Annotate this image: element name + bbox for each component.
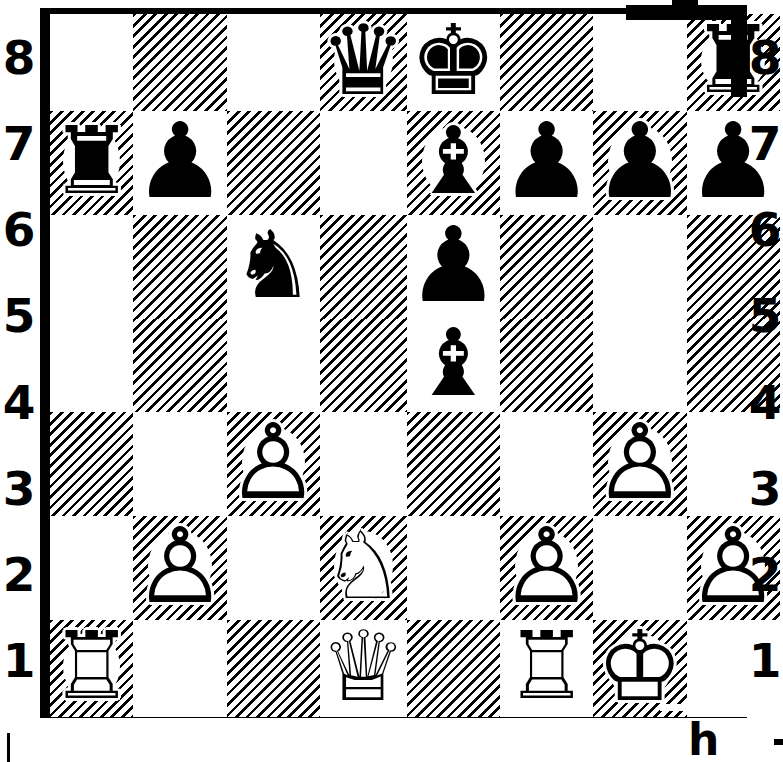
print-artifact-right-dash bbox=[774, 739, 783, 745]
piece-black-king: ♚ bbox=[407, 12, 500, 109]
piece-white-pawn: ♙ bbox=[133, 514, 226, 618]
piece-black-knight: ♞ bbox=[227, 213, 320, 317]
square-c6: ♞ bbox=[227, 215, 320, 319]
rank-label-8-right: 8 bbox=[746, 14, 783, 100]
chess-diagram: 87654321 ♛♚♜♜♟♝♟♟♟♞♟♝♙♙♙♘♙♙♖♕♖♔ 87654321… bbox=[0, 0, 783, 762]
rank-label-2-right: 2 bbox=[746, 532, 783, 618]
chess-board: ♛♚♜♜♟♝♟♟♟♞♟♝♙♙♙♘♙♙♖♕♖♔ bbox=[40, 8, 747, 718]
piece-black-pawn: ♟ bbox=[133, 109, 226, 213]
piece-black-queen: ♛ bbox=[320, 12, 407, 109]
square-c8 bbox=[227, 14, 320, 111]
piece-white-pawn: ♙ bbox=[593, 410, 686, 514]
piece-black-bishop: ♝ bbox=[407, 109, 500, 213]
square-c3: ♙ bbox=[227, 412, 320, 516]
square-f4 bbox=[500, 319, 593, 412]
square-f2: ♙ bbox=[500, 516, 593, 620]
square-f3 bbox=[500, 412, 593, 516]
square-b1 bbox=[133, 620, 226, 717]
square-f7: ♟ bbox=[500, 111, 593, 215]
square-e3 bbox=[407, 412, 500, 516]
piece-white-knight: ♘ bbox=[320, 514, 407, 618]
piece-white-rook: ♖ bbox=[500, 618, 593, 715]
rank-label-4-right: 4 bbox=[746, 359, 783, 445]
rank-label-5-right: 5 bbox=[746, 273, 783, 359]
square-e8: ♚ bbox=[407, 14, 500, 111]
square-a4 bbox=[50, 319, 133, 412]
square-e7: ♝ bbox=[407, 111, 500, 215]
square-d8: ♛ bbox=[320, 14, 407, 111]
square-g6 bbox=[593, 215, 686, 319]
square-d3 bbox=[320, 412, 407, 516]
square-b3 bbox=[133, 412, 226, 516]
rank-label-1-right: 1 bbox=[746, 618, 783, 704]
square-d6 bbox=[320, 215, 407, 319]
print-artifact-top-mark bbox=[672, 0, 698, 6]
square-d7 bbox=[320, 111, 407, 215]
square-c4 bbox=[227, 319, 320, 412]
rank-labels-right: 87654321 bbox=[746, 14, 783, 704]
piece-black-pawn: ♟ bbox=[593, 109, 686, 213]
square-a1: ♖ bbox=[50, 620, 133, 717]
square-a6 bbox=[50, 215, 133, 319]
piece-white-queen: ♕ bbox=[320, 618, 407, 715]
square-e1 bbox=[407, 620, 500, 717]
square-f1: ♖ bbox=[500, 620, 593, 717]
square-b8 bbox=[133, 14, 226, 111]
square-a2 bbox=[50, 516, 133, 620]
square-f8 bbox=[500, 14, 593, 111]
piece-black-rook: ♜ bbox=[50, 109, 133, 213]
print-artifact-top-bar bbox=[626, 5, 747, 20]
square-a8 bbox=[50, 14, 133, 111]
square-b6 bbox=[133, 215, 226, 319]
piece-black-pawn: ♟ bbox=[500, 109, 593, 213]
rank-label-5-left: 5 bbox=[0, 273, 38, 359]
piece-white-rook: ♖ bbox=[50, 618, 133, 715]
square-g7: ♟ bbox=[593, 111, 686, 215]
rank-labels-left: 87654321 bbox=[0, 14, 38, 704]
rank-label-3-right: 3 bbox=[746, 445, 783, 531]
file-label-h: h bbox=[688, 714, 719, 762]
square-e6: ♟ bbox=[407, 215, 500, 319]
square-d4 bbox=[320, 319, 407, 412]
square-d1: ♕ bbox=[320, 620, 407, 717]
square-a3 bbox=[50, 412, 133, 516]
rank-label-7-left: 7 bbox=[0, 100, 38, 186]
square-g8 bbox=[593, 14, 686, 111]
square-g4 bbox=[593, 319, 686, 412]
piece-black-bishop: ♝ bbox=[407, 317, 500, 410]
square-g2 bbox=[593, 516, 686, 620]
print-artifact-page-tick bbox=[7, 733, 10, 762]
square-c1 bbox=[227, 620, 320, 717]
square-e4: ♝ bbox=[407, 319, 500, 412]
square-f6 bbox=[500, 215, 593, 319]
square-b2: ♙ bbox=[133, 516, 226, 620]
square-g3: ♙ bbox=[593, 412, 686, 516]
square-c2 bbox=[227, 516, 320, 620]
piece-white-king: ♔ bbox=[593, 618, 686, 715]
rank-label-1-left: 1 bbox=[0, 618, 38, 704]
square-g1: ♔ bbox=[593, 620, 686, 717]
square-a7: ♜ bbox=[50, 111, 133, 215]
square-b4 bbox=[133, 319, 226, 412]
piece-white-pawn: ♙ bbox=[500, 514, 593, 618]
square-e2 bbox=[407, 516, 500, 620]
rank-label-6-right: 6 bbox=[746, 187, 783, 273]
rank-label-6-left: 6 bbox=[0, 187, 38, 273]
rank-label-4-left: 4 bbox=[0, 359, 38, 445]
print-artifact-border-notch bbox=[660, 704, 732, 711]
rank-label-7-right: 7 bbox=[746, 100, 783, 186]
piece-white-pawn: ♙ bbox=[227, 410, 320, 514]
rank-label-3-left: 3 bbox=[0, 445, 38, 531]
rank-label-8-left: 8 bbox=[0, 14, 38, 100]
piece-black-pawn: ♟ bbox=[407, 213, 500, 317]
square-b7: ♟ bbox=[133, 111, 226, 215]
square-c7 bbox=[227, 111, 320, 215]
square-d2: ♘ bbox=[320, 516, 407, 620]
rank-label-2-left: 2 bbox=[0, 532, 38, 618]
print-artifact-corner bbox=[731, 5, 747, 97]
